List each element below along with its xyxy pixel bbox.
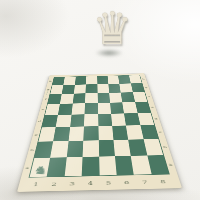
coordinate-label: h [140, 75, 147, 83]
photo-scene: 12345678 hgfedcba hgfedcba ♞ ✦••••• ♛ [0, 0, 200, 200]
coordinate-label: 3 [63, 181, 82, 187]
chess-board: 12345678 hgfedcba hgfedcba ♞ ✦••••• [17, 73, 182, 192]
white-queen-piece: ♛ [92, 4, 126, 54]
square [97, 84, 109, 93]
square [70, 114, 85, 127]
square [98, 126, 113, 140]
square [98, 140, 114, 157]
square [98, 103, 111, 114]
square [64, 157, 82, 176]
coordinate-label: 5 [99, 180, 117, 186]
rank-labels-bottom: 12345678 [25, 176, 173, 190]
square [82, 157, 99, 176]
square [86, 76, 97, 84]
square [97, 76, 108, 84]
square [67, 141, 84, 158]
square [99, 156, 117, 175]
square [97, 93, 110, 103]
square [68, 127, 84, 141]
square [73, 93, 86, 103]
coordinate-label: 2 [44, 181, 63, 187]
square [84, 114, 98, 127]
square [83, 126, 98, 140]
square [71, 103, 85, 114]
square [85, 93, 97, 103]
square [74, 84, 86, 93]
coordinate-label: 6 [117, 180, 136, 186]
coordinate-label: 8 [153, 179, 173, 185]
coordinate-label: 1 [26, 182, 45, 188]
square [83, 140, 99, 157]
square [98, 114, 112, 127]
square [85, 103, 98, 114]
coordinate-label: 7 [135, 179, 154, 185]
square [86, 84, 98, 93]
coordinate-label: 4 [81, 180, 99, 186]
square [75, 76, 87, 84]
